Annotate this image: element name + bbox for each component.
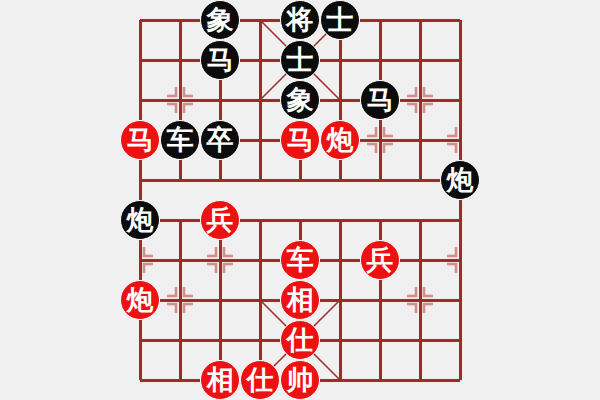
piece-red-cannon[interactable]: 炮 bbox=[320, 120, 360, 160]
pieces-grid: 象将士马士象马马车卒马炮炮炮兵车兵炮相仕相仕帅 bbox=[120, 0, 480, 400]
piece-red-chariot[interactable]: 车 bbox=[280, 240, 320, 280]
piece-red-general[interactable]: 帅 bbox=[280, 360, 320, 400]
piece-black-soldier[interactable]: 卒 bbox=[200, 120, 240, 160]
piece-red-horse[interactable]: 马 bbox=[120, 120, 160, 160]
piece-black-advisor[interactable]: 士 bbox=[280, 40, 320, 80]
piece-red-advisor[interactable]: 仕 bbox=[240, 360, 280, 400]
piece-black-elephant[interactable]: 象 bbox=[280, 80, 320, 120]
piece-red-elephant[interactable]: 相 bbox=[200, 360, 240, 400]
piece-red-elephant[interactable]: 相 bbox=[280, 280, 320, 320]
piece-black-horse[interactable]: 马 bbox=[200, 40, 240, 80]
piece-red-cannon[interactable]: 炮 bbox=[120, 280, 160, 320]
piece-black-cannon[interactable]: 炮 bbox=[120, 200, 160, 240]
piece-red-soldier[interactable]: 兵 bbox=[200, 200, 240, 240]
piece-black-chariot[interactable]: 车 bbox=[160, 120, 200, 160]
xiangqi-screen: 象将士马士象马马车卒马炮炮炮兵车兵炮相仕相仕帅 bbox=[0, 0, 600, 400]
piece-black-cannon[interactable]: 炮 bbox=[440, 160, 480, 200]
piece-red-soldier[interactable]: 兵 bbox=[360, 240, 400, 280]
piece-black-horse[interactable]: 马 bbox=[360, 80, 400, 120]
piece-black-elephant[interactable]: 象 bbox=[200, 0, 240, 40]
piece-red-advisor[interactable]: 仕 bbox=[280, 320, 320, 360]
piece-red-horse[interactable]: 马 bbox=[280, 120, 320, 160]
piece-black-advisor[interactable]: 士 bbox=[320, 0, 360, 40]
piece-black-general[interactable]: 将 bbox=[280, 0, 320, 40]
